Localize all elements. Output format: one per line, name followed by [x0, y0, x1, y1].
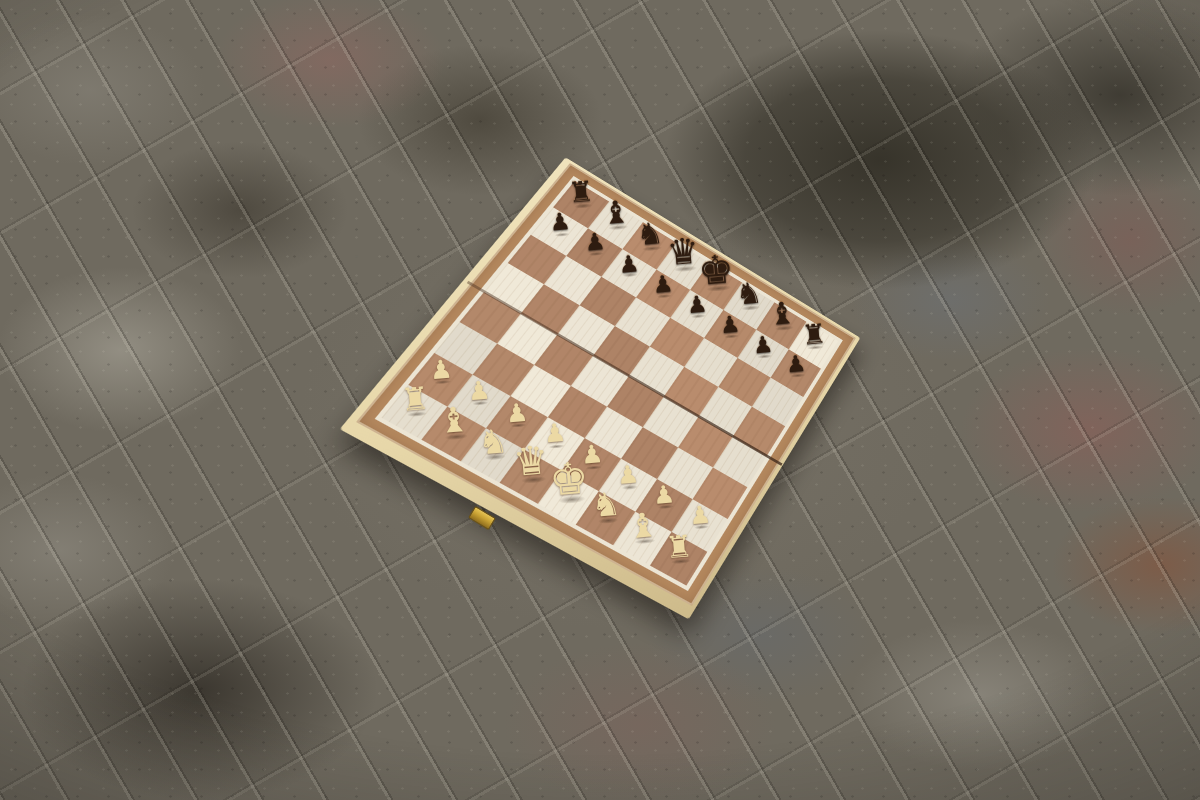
pavement-scene: ♜♝♞♛♚♞♝♜♟♟♟♟♟♟♟♟♟♟♟♟♟♟♟♟♜♝♞♛♚♞♝♜ [0, 0, 1200, 800]
white-rook-h1: ♜ [664, 530, 693, 562]
black-rook-a8: ♜ [568, 178, 596, 208]
black-rook-h8: ♜ [800, 320, 827, 349]
white-king-e1: ♚ [547, 457, 590, 504]
white-pawn-f2: ♟ [616, 462, 640, 488]
white-knight-c1: ♞ [476, 424, 508, 460]
white-pawn-c2: ♟ [505, 399, 530, 426]
white-knight-f1: ♞ [590, 488, 622, 523]
white-bishop-b1: ♝ [437, 402, 471, 439]
black-pawn-h7: ♟ [785, 352, 807, 376]
black-pawn-a7: ♟ [548, 209, 571, 234]
black-queen-d8: ♛ [666, 233, 701, 271]
black-knight-c8: ♞ [635, 218, 664, 250]
white-pawn-h2: ♟ [688, 503, 712, 529]
black-pawn-c7: ♟ [618, 251, 641, 276]
black-pawn-b7: ♟ [583, 230, 606, 255]
white-bishop-g1: ♝ [626, 507, 659, 543]
black-pawn-f7: ♟ [719, 312, 741, 336]
black-knight-f8: ♞ [735, 279, 764, 311]
black-pawn-d7: ♟ [652, 272, 675, 297]
white-pawn-b2: ♟ [467, 378, 492, 405]
pieces-layer: ♜♝♞♛♚♞♝♜♟♟♟♟♟♟♟♟♟♟♟♟♟♟♟♟♜♝♞♛♚♞♝♜ [0, 0, 1200, 800]
black-bishop-b8: ♝ [600, 196, 630, 229]
white-rook-a1: ♜ [399, 383, 430, 417]
black-king-e8: ♚ [697, 249, 736, 291]
black-pawn-g7: ♟ [752, 332, 774, 356]
white-pawn-a2: ♟ [428, 356, 453, 383]
white-queen-d1: ♛ [512, 439, 551, 481]
black-bishop-g8: ♝ [767, 297, 797, 329]
black-pawn-e7: ♟ [686, 292, 709, 317]
